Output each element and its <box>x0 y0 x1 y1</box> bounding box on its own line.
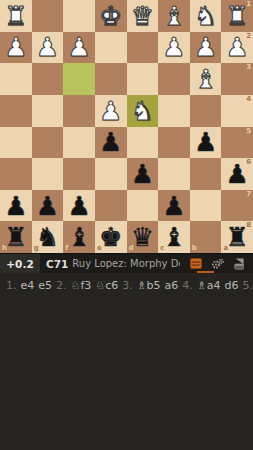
chess-board[interactable]: ♜♚♛♝♞♜1♟♟♟♟♟♟2♝3♟♞4♟♟5♟♟6♟♟♟♟7♜h♞g♝f♚e♛d… <box>0 0 253 253</box>
square-h7[interactable]: ♟ <box>0 190 32 222</box>
piece-white-pawn[interactable]: ♟ <box>4 34 27 60</box>
piece-black-pawn[interactable]: ♟ <box>4 193 27 219</box>
square-d4[interactable]: ♞ <box>127 95 159 127</box>
square-b2[interactable]: ♟ <box>190 32 222 64</box>
piece-white-rook[interactable]: ♜ <box>4 3 27 29</box>
square-a6[interactable]: ♟6 <box>221 158 253 190</box>
file-label-f: f <box>65 245 68 252</box>
square-g8[interactable]: ♞g <box>32 221 64 253</box>
square-g3[interactable] <box>32 63 64 95</box>
piece-black-king[interactable]: ♚ <box>99 224 122 250</box>
square-e2[interactable] <box>95 32 127 64</box>
square-f5[interactable] <box>63 127 95 159</box>
board-tab-icon[interactable] <box>189 257 202 270</box>
move[interactable]: ♘c6 <box>95 279 118 292</box>
square-h2[interactable]: ♟ <box>0 32 32 64</box>
square-d8[interactable]: ♛d <box>127 221 159 253</box>
square-f2[interactable]: ♟ <box>63 32 95 64</box>
file-label-b: b <box>192 245 197 252</box>
square-a1[interactable]: ♜1 <box>221 0 253 32</box>
move[interactable]: e4 <box>21 279 35 292</box>
square-f4[interactable] <box>63 95 95 127</box>
rank-label-6: 6 <box>246 159 251 166</box>
square-b6[interactable] <box>190 158 222 190</box>
square-b5[interactable]: ♟ <box>190 127 222 159</box>
square-d1[interactable]: ♛ <box>127 0 159 32</box>
analysis-tabs <box>186 257 253 270</box>
engine-settings-tab[interactable] <box>211 257 224 270</box>
book-icon <box>234 258 245 270</box>
piece-black-bishop[interactable]: ♝ <box>162 224 185 250</box>
rank-label-3: 3 <box>246 64 251 71</box>
square-c4[interactable] <box>158 95 190 127</box>
square-a2[interactable]: ♟2 <box>221 32 253 64</box>
eco-code: C71 <box>46 258 68 270</box>
square-h6[interactable] <box>0 158 32 190</box>
move-number: 2. <box>56 279 67 292</box>
piece-black-pawn[interactable]: ♟ <box>162 193 185 219</box>
opening-name: Ruy Lopez: Morphy Defense, Mode... <box>72 258 180 269</box>
piece-white-king[interactable]: ♚ <box>99 3 122 29</box>
piece-white-pawn[interactable]: ♟ <box>67 34 90 60</box>
rank-label-7: 7 <box>246 191 251 198</box>
square-f6[interactable] <box>63 158 95 190</box>
square-c1[interactable]: ♝ <box>158 0 190 32</box>
gears-icon <box>211 258 224 270</box>
piece-white-pawn[interactable]: ♟ <box>162 34 185 60</box>
file-label-c: c <box>160 245 164 252</box>
move[interactable]: ♗a4 <box>197 279 221 292</box>
piece-black-pawn[interactable]: ♟ <box>67 193 90 219</box>
square-c6[interactable] <box>158 158 190 190</box>
square-g2[interactable]: ♟ <box>32 32 64 64</box>
file-label-h: h <box>2 245 7 252</box>
move[interactable]: ♗b5 <box>137 279 161 292</box>
square-c3[interactable] <box>158 63 190 95</box>
square-b3[interactable]: ♝ <box>190 63 222 95</box>
move[interactable]: e5 <box>38 279 52 292</box>
square-d5[interactable] <box>127 127 159 159</box>
square-e5[interactable]: ♟ <box>95 127 127 159</box>
square-b8[interactable]: b <box>190 221 222 253</box>
square-a4[interactable]: 4 <box>221 95 253 127</box>
rank-label-1: 1 <box>246 1 251 8</box>
file-label-d: d <box>129 245 134 252</box>
mini-board-icon <box>190 258 202 269</box>
piece-black-pawn[interactable]: ♟ <box>36 193 59 219</box>
rank-label-8: 8 <box>246 222 251 229</box>
square-e8[interactable]: ♚e <box>95 221 127 253</box>
square-h3[interactable] <box>0 63 32 95</box>
piece-black-bishop[interactable]: ♝ <box>67 224 90 250</box>
move-number: 5. <box>242 279 253 292</box>
square-g1[interactable] <box>32 0 64 32</box>
piece-white-bishop[interactable]: ♝ <box>194 66 217 92</box>
piece-white-pawn[interactable]: ♟ <box>36 34 59 60</box>
move[interactable]: d6 <box>224 279 238 292</box>
square-g6[interactable] <box>32 158 64 190</box>
piece-white-pawn[interactable]: ♟ <box>194 34 217 60</box>
rank-label-4: 4 <box>246 96 251 103</box>
move-number: 1. <box>6 279 17 292</box>
square-e1[interactable]: ♚ <box>95 0 127 32</box>
square-g4[interactable] <box>32 95 64 127</box>
piece-white-knight[interactable]: ♞ <box>194 3 217 29</box>
square-c2[interactable]: ♟ <box>158 32 190 64</box>
piece-black-queen[interactable]: ♛ <box>131 224 154 250</box>
square-g5[interactable] <box>32 127 64 159</box>
move-list: 1.e4e52.♘f3♘c63.♗b5a64.♗a4d65.d4b56.♗b3♘… <box>0 273 253 298</box>
square-e7[interactable] <box>95 190 127 222</box>
square-h5[interactable] <box>0 127 32 159</box>
square-a8[interactable]: ♜8a <box>221 221 253 253</box>
square-a7[interactable]: 7 <box>221 190 253 222</box>
move-number: 3. <box>122 279 133 292</box>
piece-white-bishop[interactable]: ♝ <box>162 3 185 29</box>
square-e4[interactable]: ♟ <box>95 95 127 127</box>
square-d6[interactable]: ♟ <box>127 158 159 190</box>
opening-book-tab[interactable] <box>233 257 246 270</box>
file-label-g: g <box>34 245 39 252</box>
square-c5[interactable] <box>158 127 190 159</box>
square-f7[interactable]: ♟ <box>63 190 95 222</box>
piece-black-pawn[interactable]: ♟ <box>99 129 122 155</box>
move[interactable]: a6 <box>165 279 179 292</box>
square-d7[interactable] <box>127 190 159 222</box>
square-b7[interactable] <box>190 190 222 222</box>
opening-info: C71 Ruy Lopez: Morphy Defense, Mode... <box>40 258 186 270</box>
square-d3[interactable] <box>127 63 159 95</box>
analysis-bar: +0.2 C71 Ruy Lopez: Morphy Defense, Mode… <box>0 253 253 273</box>
square-f3[interactable] <box>63 63 95 95</box>
square-f1[interactable] <box>63 0 95 32</box>
move[interactable]: ♘f3 <box>71 279 92 292</box>
file-label-e: e <box>97 245 102 252</box>
rank-label-2: 2 <box>246 33 251 40</box>
square-c8[interactable]: ♝c <box>158 221 190 253</box>
piece-black-knight[interactable]: ♞ <box>36 224 59 250</box>
square-g7[interactable]: ♟ <box>32 190 64 222</box>
piece-white-knight[interactable]: ♞ <box>131 98 154 124</box>
rank-label-5: 5 <box>246 128 251 135</box>
piece-white-queen[interactable]: ♛ <box>131 3 154 29</box>
evaluation-badge: +0.2 <box>0 254 40 273</box>
square-b4[interactable] <box>190 95 222 127</box>
piece-black-pawn[interactable]: ♟ <box>194 129 217 155</box>
square-d2[interactable] <box>127 32 159 64</box>
file-label-a: a <box>223 245 228 252</box>
square-h1[interactable]: ♜ <box>0 0 32 32</box>
square-f8[interactable]: ♝f <box>63 221 95 253</box>
square-a5[interactable]: 5 <box>221 127 253 159</box>
square-h4[interactable] <box>0 95 32 127</box>
square-e3[interactable] <box>95 63 127 95</box>
move-number: 4. <box>182 279 193 292</box>
active-tab-underline <box>197 271 214 273</box>
piece-white-pawn[interactable]: ♟ <box>99 98 122 124</box>
square-a3[interactable]: 3 <box>221 63 253 95</box>
square-h8[interactable]: ♜h <box>0 221 32 253</box>
square-e6[interactable] <box>95 158 127 190</box>
piece-black-rook[interactable]: ♜ <box>4 224 27 250</box>
square-b1[interactable]: ♞ <box>190 0 222 32</box>
square-c7[interactable]: ♟ <box>158 190 190 222</box>
piece-black-pawn[interactable]: ♟ <box>131 161 154 187</box>
